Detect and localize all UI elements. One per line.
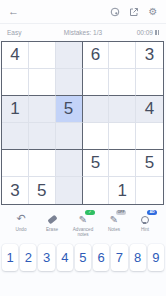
cell-r2c4[interactable] (83, 69, 110, 96)
undo-arrow-icon: ↶ (16, 213, 25, 224)
lightbulb-icon (141, 216, 149, 224)
cell-r6c2[interactable]: 5 (29, 177, 56, 204)
cell-r1c3[interactable] (56, 42, 83, 69)
pencil-sparkle-icon: ✎ (79, 215, 87, 225)
cell-r5c3[interactable] (56, 150, 83, 177)
cell-r4c4[interactable] (83, 123, 110, 150)
top-bar: ← ⚙ (0, 0, 166, 24)
cell-r3c1[interactable]: 1 (2, 96, 29, 123)
hint-button[interactable]: AD Hint (130, 213, 160, 238)
cell-r6c3[interactable] (56, 177, 83, 204)
key-1[interactable]: 1 (2, 244, 18, 271)
cell-r3c2[interactable] (29, 96, 56, 123)
timer: 00:09 (137, 29, 153, 36)
key-9[interactable]: 9 (148, 244, 164, 271)
notes-label: Notes (108, 227, 120, 232)
cell-r3c4[interactable] (83, 96, 110, 123)
hint-label: Hint (141, 227, 149, 232)
erase-button[interactable]: Erase (37, 213, 67, 238)
cell-r5c4[interactable]: 5 (83, 150, 110, 177)
cell-r6c5[interactable]: 1 (109, 177, 136, 204)
settings-gear-icon[interactable]: ⚙ (148, 7, 158, 17)
key-4[interactable]: 4 (57, 244, 73, 271)
cell-r3c5[interactable] (109, 96, 136, 123)
undo-label: Undo (16, 227, 27, 232)
cell-r5c6[interactable]: 5 (136, 150, 163, 177)
difficulty-label[interactable]: Easy (7, 29, 49, 36)
cell-r4c1[interactable] (2, 123, 29, 150)
cell-r5c1[interactable] (2, 150, 29, 177)
cell-r6c1[interactable]: 3 (2, 177, 29, 204)
pause-icon[interactable] (155, 30, 159, 35)
notes-button[interactable]: ✎ OFF Notes (99, 213, 129, 238)
advanced-notes-label: Advanced notes (68, 227, 98, 238)
toolbar: ↶ Undo Erase ✎ ✓ Advanced notes ✎ OFF No… (0, 213, 166, 238)
eraser-icon (47, 215, 57, 225)
cell-r1c4[interactable]: 6 (83, 42, 110, 69)
cell-r4c3[interactable] (56, 123, 83, 150)
sudoku-board: 46315455351 (1, 41, 164, 205)
cell-r1c5[interactable] (109, 42, 136, 69)
cell-r6c6[interactable] (136, 177, 163, 204)
status-row: Easy Mistakes: 1/3 00:09 (0, 24, 166, 40)
number-keypad: 123456789 (0, 244, 166, 271)
mistakes-counter: Mistakes: 1/3 (49, 29, 117, 36)
notes-off-badge: OFF (116, 210, 126, 215)
back-arrow-icon[interactable]: ← (8, 6, 19, 17)
key-8[interactable]: 8 (130, 244, 146, 271)
cell-r6c4[interactable] (83, 177, 110, 204)
cell-r5c2[interactable] (29, 150, 56, 177)
cell-r2c6[interactable] (136, 69, 163, 96)
cell-r4c5[interactable] (109, 123, 136, 150)
hint-badge: AD (147, 210, 157, 215)
advanced-notes-button[interactable]: ✎ ✓ Advanced notes (68, 213, 98, 238)
key-7[interactable]: 7 (111, 244, 127, 271)
cell-r2c3[interactable] (56, 69, 83, 96)
cell-r4c6[interactable] (136, 123, 163, 150)
key-5[interactable]: 5 (75, 244, 91, 271)
cell-r4c2[interactable] (29, 123, 56, 150)
erase-label: Erase (46, 227, 58, 232)
key-6[interactable]: 6 (93, 244, 109, 271)
cell-r3c3[interactable]: 5 (56, 96, 83, 123)
key-2[interactable]: 2 (20, 244, 36, 271)
cell-r5c5[interactable] (109, 150, 136, 177)
cell-r3c6[interactable]: 4 (136, 96, 163, 123)
cell-r1c1[interactable]: 4 (2, 42, 29, 69)
cell-r2c2[interactable] (29, 69, 56, 96)
palette-icon[interactable] (110, 7, 120, 17)
key-3[interactable]: 3 (38, 244, 54, 271)
undo-button[interactable]: ↶ Undo (6, 213, 36, 238)
advanced-notes-badge: ✓ (85, 210, 95, 215)
pencil-icon: ✎ (110, 215, 118, 225)
cell-r1c6[interactable]: 3 (136, 42, 163, 69)
share-icon[interactable] (129, 7, 139, 17)
cell-r1c2[interactable] (29, 42, 56, 69)
cell-r2c1[interactable] (2, 69, 29, 96)
cell-r2c5[interactable] (109, 69, 136, 96)
